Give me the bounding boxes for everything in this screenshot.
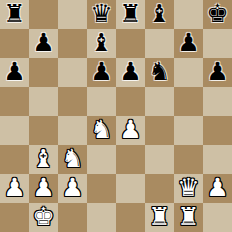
- black-pawn[interactable]: ♟: [177, 28, 199, 57]
- black-bishop[interactable]: ♝: [90, 28, 112, 57]
- square-a2[interactable]: ♟: [0, 174, 29, 203]
- square-d8[interactable]: ♛: [87, 0, 116, 29]
- black-pawn[interactable]: ♟: [206, 57, 228, 86]
- square-f8[interactable]: ♝: [145, 0, 174, 29]
- square-f2[interactable]: [145, 174, 174, 203]
- square-d6[interactable]: ♟: [87, 58, 116, 87]
- square-g6[interactable]: [174, 58, 203, 87]
- black-knight[interactable]: ♞: [148, 57, 170, 86]
- square-h7[interactable]: [203, 29, 232, 58]
- square-a6[interactable]: ♟: [0, 58, 29, 87]
- square-c6[interactable]: [58, 58, 87, 87]
- black-pawn[interactable]: ♟: [3, 57, 25, 86]
- square-c4[interactable]: [58, 116, 87, 145]
- black-queen[interactable]: ♛: [90, 0, 112, 28]
- square-e5[interactable]: [116, 87, 145, 116]
- black-pawn[interactable]: ♟: [119, 57, 141, 86]
- square-a1[interactable]: [0, 203, 29, 232]
- square-e7[interactable]: [116, 29, 145, 58]
- square-a7[interactable]: [0, 29, 29, 58]
- square-c5[interactable]: [58, 87, 87, 116]
- white-king[interactable]: ♚: [32, 202, 54, 231]
- white-knight[interactable]: ♞: [90, 115, 112, 144]
- square-b6[interactable]: [29, 58, 58, 87]
- black-pawn[interactable]: ♟: [32, 28, 54, 57]
- white-rook[interactable]: ♜: [177, 202, 199, 231]
- square-g5[interactable]: [174, 87, 203, 116]
- square-b1[interactable]: ♚: [29, 203, 58, 232]
- square-b7[interactable]: ♟: [29, 29, 58, 58]
- square-c2[interactable]: ♟: [58, 174, 87, 203]
- black-rook[interactable]: ♜: [3, 0, 25, 28]
- square-f5[interactable]: [145, 87, 174, 116]
- white-knight[interactable]: ♞: [61, 144, 83, 173]
- square-f3[interactable]: [145, 145, 174, 174]
- square-h8[interactable]: ♚: [203, 0, 232, 29]
- square-h6[interactable]: ♟: [203, 58, 232, 87]
- square-a3[interactable]: [0, 145, 29, 174]
- square-b2[interactable]: ♟: [29, 174, 58, 203]
- square-f1[interactable]: ♜: [145, 203, 174, 232]
- white-pawn[interactable]: ♟: [119, 115, 141, 144]
- square-g7[interactable]: ♟: [174, 29, 203, 58]
- square-c8[interactable]: [58, 0, 87, 29]
- square-g1[interactable]: ♜: [174, 203, 203, 232]
- square-h5[interactable]: [203, 87, 232, 116]
- square-g3[interactable]: [174, 145, 203, 174]
- white-rook[interactable]: ♜: [148, 202, 170, 231]
- white-pawn[interactable]: ♟: [32, 173, 54, 202]
- square-e2[interactable]: [116, 174, 145, 203]
- square-b3[interactable]: ♝: [29, 145, 58, 174]
- square-c7[interactable]: [58, 29, 87, 58]
- black-pawn[interactable]: ♟: [90, 57, 112, 86]
- square-d7[interactable]: ♝: [87, 29, 116, 58]
- square-f7[interactable]: [145, 29, 174, 58]
- chess-board: ♜♛♜♝♚♟♝♟♟♟♟♞♟♞♟♝♞♟♟♟♛♟♚♜♜: [0, 0, 232, 232]
- square-e3[interactable]: [116, 145, 145, 174]
- white-bishop[interactable]: ♝: [32, 144, 54, 173]
- square-g4[interactable]: [174, 116, 203, 145]
- square-f6[interactable]: ♞: [145, 58, 174, 87]
- square-b4[interactable]: [29, 116, 58, 145]
- square-a8[interactable]: ♜: [0, 0, 29, 29]
- black-rook[interactable]: ♜: [119, 0, 141, 28]
- white-queen[interactable]: ♛: [177, 173, 199, 202]
- square-b5[interactable]: [29, 87, 58, 116]
- square-d5[interactable]: [87, 87, 116, 116]
- square-h3[interactable]: [203, 145, 232, 174]
- square-f4[interactable]: [145, 116, 174, 145]
- black-king[interactable]: ♚: [206, 0, 228, 28]
- white-pawn[interactable]: ♟: [3, 173, 25, 202]
- square-d1[interactable]: [87, 203, 116, 232]
- square-g2[interactable]: ♛: [174, 174, 203, 203]
- square-c1[interactable]: [58, 203, 87, 232]
- black-bishop[interactable]: ♝: [148, 0, 170, 28]
- square-b8[interactable]: [29, 0, 58, 29]
- square-h1[interactable]: [203, 203, 232, 232]
- white-pawn[interactable]: ♟: [61, 173, 83, 202]
- white-pawn[interactable]: ♟: [206, 173, 228, 202]
- square-d4[interactable]: ♞: [87, 116, 116, 145]
- square-c3[interactable]: ♞: [58, 145, 87, 174]
- square-d3[interactable]: [87, 145, 116, 174]
- square-e4[interactable]: ♟: [116, 116, 145, 145]
- square-d2[interactable]: [87, 174, 116, 203]
- square-h2[interactable]: ♟: [203, 174, 232, 203]
- square-h4[interactable]: [203, 116, 232, 145]
- square-g8[interactable]: [174, 0, 203, 29]
- square-e1[interactable]: [116, 203, 145, 232]
- square-a4[interactable]: [0, 116, 29, 145]
- square-a5[interactable]: [0, 87, 29, 116]
- square-e8[interactable]: ♜: [116, 0, 145, 29]
- square-e6[interactable]: ♟: [116, 58, 145, 87]
